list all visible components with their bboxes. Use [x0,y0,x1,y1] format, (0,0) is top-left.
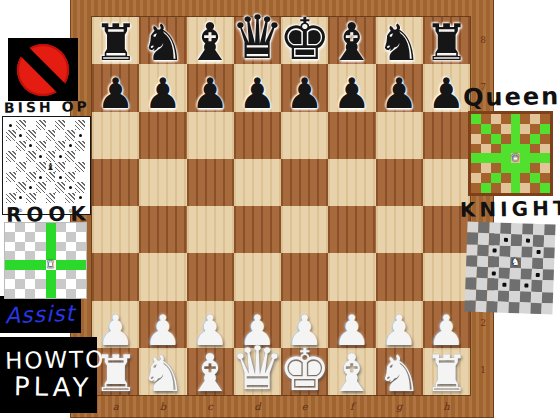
diagram-cell [55,130,65,140]
piece-black-rook-h8[interactable]: ♜ [423,11,470,69]
file-label-b: b [139,401,186,413]
diagram-cell [26,172,36,182]
knight-icon: ♞ [511,257,520,267]
diagram-cell [25,270,35,279]
diagram-cell [530,302,541,314]
square-d4[interactable] [234,206,281,253]
piece-white-king-e1[interactable]: ♚ [281,332,328,399]
diagram-cell [481,163,491,173]
diagram-cell [65,141,75,151]
diagram-cell [488,267,499,279]
piece-white-bishop-c1[interactable]: ♝ [187,339,234,399]
diagram-cell [520,153,530,163]
piece-black-pawn-a7[interactable]: ♟ [92,67,139,115]
diagram-cell [466,266,477,278]
diagram-cell [521,268,532,280]
square-c4[interactable] [187,206,234,253]
diagram-cell [76,289,86,298]
square-f4[interactable] [328,206,375,253]
diagram-cell [56,260,66,270]
rank-label-2: 2 [474,318,492,330]
diagram-cell [75,172,85,182]
diagram-cell: ♝ [46,162,56,172]
diagram-cell [25,232,35,241]
diagram-cell [521,246,532,258]
diagram-cell [491,124,501,134]
diagram-cell [76,242,86,251]
diagram-cell [56,232,66,241]
diagram-cell [520,173,530,183]
diagram-cell [532,246,543,258]
diagram-cell [491,173,501,183]
diagram-cell [66,251,76,260]
diagram-cell [46,223,56,232]
diagram-cell [25,289,35,298]
diagram-cell [489,222,500,234]
diagram-cell [471,114,481,124]
diagram-cell [520,124,530,134]
diagram-cell [75,182,85,192]
diagram-cell [25,251,35,260]
no-move-button[interactable] [8,38,78,101]
rook-icon: ♜ [46,260,55,270]
diagram-cell [475,301,486,313]
diagram-cell [543,258,554,270]
diagram-cell [66,270,76,279]
diagram-cell [477,267,488,279]
diagram-cell [36,182,46,192]
diagram-cell [15,232,25,241]
bishop-diagram-grid: ♝ [6,120,85,203]
diagram-cell [65,182,75,192]
diagram-cell [511,163,521,173]
square-d3[interactable] [234,253,281,300]
square-a5[interactable] [92,159,139,206]
diagram-cell [465,278,476,290]
diagram-cell [5,223,15,232]
diagram-cell [35,289,45,298]
diagram-cell [55,141,65,151]
diagram-cell [15,223,25,232]
diagram-cell [471,153,481,163]
square-e5[interactable] [281,159,328,206]
diagram-cell [488,256,499,268]
diagram-cell [26,182,36,192]
move-dot [525,238,529,242]
diagram-cell [56,242,66,251]
square-h6[interactable] [423,112,470,159]
diagram-cell [65,130,75,140]
move-dot [535,273,539,277]
diagram-cell [25,260,35,270]
rank-label-1: 1 [474,365,492,377]
diagram-cell [511,223,522,235]
diagram-cell [477,244,488,256]
move-dot [59,155,62,158]
diagram-cell [520,280,531,292]
square-b4[interactable] [139,206,186,253]
diagram-cell [520,163,530,173]
move-dot [29,186,32,189]
move-dot [19,196,22,199]
diagram-cell [501,114,511,124]
diagram-cell [540,124,550,134]
diagram-cell [5,251,15,260]
diagram-cell [530,144,540,154]
diagram-cell [65,151,75,161]
move-dot [19,134,22,137]
diagram-cell [75,120,85,130]
diagram-cell [5,279,15,288]
diagram-cell [498,279,509,291]
diagram-cell [488,245,499,257]
queen-card-title: Queen [463,82,559,112]
diagram-cell [6,172,16,182]
diagram-cell [55,172,65,182]
diagram-cell [5,260,15,270]
square-g5[interactable] [376,159,423,206]
diagram-cell [46,120,56,130]
file-label-h: h [423,401,470,413]
diagram-cell [481,153,491,163]
diagram-cell [471,124,481,134]
diagram-cell [489,234,500,246]
move-dot [502,283,506,287]
square-g4[interactable] [376,206,423,253]
square-e6[interactable] [281,112,328,159]
diagram-cell [76,251,86,260]
diagram-cell [511,114,521,124]
diagram-cell [25,242,35,251]
diagram-cell [467,221,478,233]
assist-button-label: Assist [5,301,76,328]
square-c5[interactable] [187,159,234,206]
diagram-cell [511,124,521,134]
diagram-cell [76,270,86,279]
diagram-cell [6,162,16,172]
how-to-play-button[interactable]: HOWTO PLAY [0,337,97,413]
diagram-cell [16,141,26,151]
move-dot [39,176,42,179]
diagram-cell [511,234,522,246]
diagram-cell [15,242,25,251]
diagram-cell [46,151,56,161]
piece-black-pawn-c7[interactable]: ♟ [187,67,234,115]
queen-icon: ♛ [511,153,520,163]
diagram-cell [542,292,553,304]
diagram-cell [481,114,491,124]
diagram-cell [501,183,511,193]
diagram-cell [543,247,554,259]
diagram-cell [530,153,540,163]
piece-black-pawn-g7[interactable]: ♟ [376,67,423,115]
diagram-cell [532,269,543,281]
diagram-cell [544,235,555,247]
diagram-cell [46,182,56,192]
diagram-cell [466,244,477,256]
square-d6[interactable] [234,112,281,159]
diagram-cell [65,162,75,172]
diagram-cell [491,114,501,124]
diagram-cell [16,151,26,161]
diagram-cell [486,301,497,313]
diagram-cell [66,232,76,241]
diagram-cell [464,300,475,312]
diagram-cell [511,173,521,183]
diagram-cell [471,183,481,193]
diagram-cell [540,153,550,163]
move-dot [524,283,528,287]
diagram-cell [499,256,510,268]
square-e4[interactable] [281,206,328,253]
diagram-cell [520,144,530,154]
diagram-cell [35,242,45,251]
diagram-cell [481,144,491,154]
piece-black-king-e8[interactable]: ♚ [281,2,328,69]
bishop-card-title: BISH OP [4,98,90,116]
diagram-cell [75,141,85,151]
diagram-cell [497,301,508,313]
diagram-cell [500,223,511,235]
square-c3[interactable] [187,253,234,300]
diagram-cell [471,173,481,183]
diagram-cell [56,251,66,260]
diagram-cell [36,141,46,151]
diagram-cell [509,279,520,291]
diagram-cell [465,289,476,301]
diagram-cell [533,235,544,247]
diagram-cell [510,268,521,280]
diagram-cell [16,182,26,192]
diagram-cell [530,183,540,193]
diagram-cell [16,193,26,203]
bishop-icon: ♝ [46,162,55,172]
diagram-cell [491,134,501,144]
diagram-cell [476,278,487,290]
diagram-cell [487,278,498,290]
diagram-cell [6,193,16,203]
diagram-cell [35,279,45,288]
diagram-cell [519,302,530,314]
diagram-cell [501,124,511,134]
move-dot [9,124,12,127]
knight-moves-diagram: ♞ [464,221,555,314]
diagram-cell [36,162,46,172]
diagram-cell [501,163,511,173]
diagram-cell [36,130,46,140]
diagram-cell [15,251,25,260]
how-to-play-line1: HOWTO [5,347,97,374]
move-dot [69,186,72,189]
diagram-cell [56,279,66,288]
diagram-cell [16,120,26,130]
piece-black-rook-a8[interactable]: ♜ [92,11,139,69]
diagram-cell [522,223,533,235]
diagram-cell [66,223,76,232]
diagram-cell [501,153,511,163]
diagram-cell [499,268,510,280]
chess-board: ♜♞♝♛♚♝♞♜♟♟♟♟♟♟♟♟♟♟♟♟♟♟♟♟♜♞♝♛♚♝♞♜ 8765432… [70,0,494,418]
diagram-cell [5,270,15,279]
diagram-cell [5,289,15,298]
diagram-cell [476,289,487,301]
piece-white-rook-h1[interactable]: ♜ [423,342,470,400]
diagram-cell [56,270,66,279]
diagram-cell [46,141,56,151]
diagram-cell [481,124,491,134]
move-dot [491,271,495,275]
diagram-cell [471,134,481,144]
file-label-d: d [234,401,281,413]
diagram-cell [533,224,544,236]
diagram-cell [56,223,66,232]
move-dot [492,248,496,252]
knight-card-title: KNIGHT [460,196,560,224]
diagram-cell [6,151,16,161]
piece-black-knight-b8[interactable]: ♞ [139,11,186,69]
diagram-cell [5,232,15,241]
diagram-cell [531,280,542,292]
diagram-cell [16,130,26,140]
diagram-cell [530,114,540,124]
piece-black-bishop-c8[interactable]: ♝ [187,8,234,68]
diagram-cell [491,183,501,193]
diagram-cell [531,291,542,303]
diagram-cell [478,222,489,234]
square-f6[interactable] [328,112,375,159]
diagram-cell [35,232,45,241]
piece-black-pawn-f7[interactable]: ♟ [328,67,375,115]
diagram-cell [481,173,491,183]
diagram-cell [15,279,25,288]
piece-white-bishop-f1[interactable]: ♝ [328,339,375,399]
piece-black-queen-d8[interactable]: ♛ [234,0,281,68]
diagram-cell [46,279,56,288]
square-f5[interactable] [328,159,375,206]
diagram-cell [471,163,481,173]
diagram-cell [66,242,76,251]
square-b5[interactable] [139,159,186,206]
square-a4[interactable] [92,206,139,253]
square-a3[interactable] [92,253,139,300]
diagram-cell [66,279,76,288]
file-label-g: g [376,401,423,413]
diagram-cell [540,114,550,124]
diagram-cell [36,120,46,130]
diagram-cell [467,233,478,245]
diagram-cell [540,134,550,144]
diagram-cell [75,130,85,140]
diagram-cell [25,223,35,232]
queen-moves-diagram: ♛ [468,111,553,196]
piece-black-pawn-e7[interactable]: ♟ [281,67,328,115]
square-h3[interactable] [423,253,470,300]
diagram-cell [540,173,550,183]
diagram-cell [25,279,35,288]
diagram-cell [35,251,45,260]
diagram-cell [508,302,519,314]
file-label-a: a [92,401,139,413]
piece-black-pawn-d7[interactable]: ♟ [234,67,281,115]
diagram-cell [540,144,550,154]
how-to-play-line2: PLAY [14,373,97,403]
square-b6[interactable] [139,112,186,159]
diagram-cell [471,144,481,154]
diagram-cell: ♛ [511,153,521,163]
diagram-cell [5,242,15,251]
diagram-cell: ♜ [46,260,56,270]
square-e3[interactable] [281,253,328,300]
diagram-cell [544,224,555,236]
square-c6[interactable] [187,112,234,159]
diagram-cell [491,153,501,163]
diagram-cell [26,120,36,130]
square-f3[interactable] [328,253,375,300]
diagram-cell [487,290,498,302]
diagram-cell [76,223,86,232]
diagram-cell [35,223,45,232]
diagram-cell [76,232,86,241]
diagram-cell [520,291,531,303]
diagram-cell [46,232,56,241]
diagram-cell: ♞ [510,257,521,269]
diagram-cell [66,289,76,298]
square-a6[interactable] [92,112,139,159]
diagram-cell [481,183,491,193]
diagram-cell [6,141,16,151]
diagram-cell [520,183,530,193]
move-dot [536,250,540,254]
diagram-cell [26,162,36,172]
assist-button[interactable]: Assist [0,296,81,333]
piece-white-knight-b1[interactable]: ♞ [139,342,186,400]
diagram-cell [76,279,86,288]
diagram-cell [66,260,76,270]
chess-app: ♜♞♝♛♚♝♞♜♟♟♟♟♟♟♟♟♟♟♟♟♟♟♟♟♜♞♝♛♚♝♞♜ 8765432… [0,0,560,420]
diagram-cell [46,270,56,279]
piece-black-bishop-f8[interactable]: ♝ [328,8,375,68]
diagram-cell [15,260,25,270]
diagram-cell [6,120,16,130]
square-d5[interactable] [234,159,281,206]
diagram-cell [530,134,540,144]
rank-label-8: 8 [474,35,492,47]
diagram-cell [466,255,477,267]
square-g3[interactable] [376,253,423,300]
square-g6[interactable] [376,112,423,159]
diagram-cell [477,256,488,268]
diagram-cell [55,162,65,172]
move-dot [39,155,42,158]
file-label-c: c [187,401,234,413]
piece-white-knight-g1[interactable]: ♞ [376,342,423,400]
diagram-cell [46,172,56,182]
diagram-cell [75,162,85,172]
piece-black-knight-g8[interactable]: ♞ [376,11,423,69]
file-label-e: e [281,401,328,413]
rook-moves-diagram: ♜ [5,223,86,298]
diagram-cell [498,290,509,302]
diagram-cell [491,144,501,154]
file-label-f: f [328,401,375,413]
piece-black-pawn-b7[interactable]: ♟ [139,67,186,115]
piece-white-queen-d1[interactable]: ♛ [234,330,281,399]
diagram-cell [26,130,36,140]
diagram-cell [15,270,25,279]
square-b3[interactable] [139,253,186,300]
diagram-cell [520,114,530,124]
diagram-cell [55,182,65,192]
